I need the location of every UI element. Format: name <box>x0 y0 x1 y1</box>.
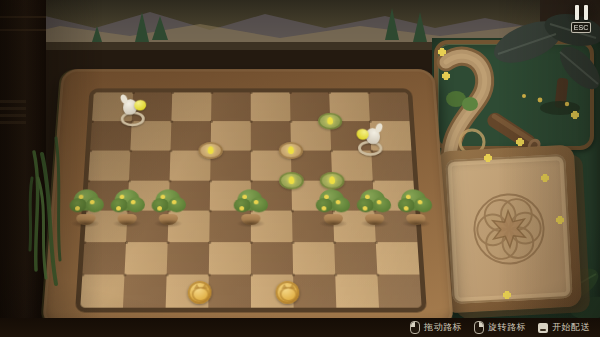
mouse-right-icon <box>474 321 484 334</box>
pause-button[interactable]: ESC <box>564 2 598 36</box>
hint-start-delivery: 开始配送 <box>538 323 590 333</box>
signpost-rabbit[interactable] <box>356 123 386 157</box>
signpost-rabbit[interactable] <box>118 94 147 127</box>
scattered-flowers <box>432 0 600 318</box>
bush <box>110 188 146 225</box>
play-area <box>75 88 427 312</box>
pause-icon <box>575 5 588 20</box>
bush <box>151 188 187 225</box>
coin-token <box>275 281 299 304</box>
space-key-icon <box>538 323 548 333</box>
esc-key-label: ESC <box>571 22 591 33</box>
seed-marker[interactable] <box>279 142 304 159</box>
yellow-flower <box>484 154 492 162</box>
yellow-flower <box>556 216 564 224</box>
bush <box>356 188 392 225</box>
yellow-flower <box>541 174 549 182</box>
hint-label: 拖动路标 <box>424 323 462 332</box>
pieces-layer <box>80 92 421 307</box>
board-perspective-wrap <box>42 69 454 328</box>
seed-marker[interactable] <box>318 113 343 130</box>
left-wall <box>0 0 46 337</box>
hint-label: 旋转路标 <box>488 323 526 332</box>
game-scene: 拖动路标 旋转路标 开始配送 ESC <box>0 0 600 337</box>
yellow-flower <box>438 48 446 56</box>
yellow-flower <box>442 72 450 80</box>
bush <box>234 188 269 225</box>
coin-token <box>188 281 212 304</box>
hint-bar: 拖动路标 旋转路标 开始配送 <box>0 318 600 337</box>
yellow-flower <box>516 138 524 146</box>
bush <box>68 188 105 225</box>
vent-slats <box>0 100 26 124</box>
hint-label: 开始配送 <box>552 323 590 332</box>
seed-marker[interactable] <box>279 172 304 189</box>
yellow-flower <box>571 111 579 119</box>
mouse-left-icon <box>410 321 420 334</box>
hint-drag-signpost: 拖动路标 <box>410 321 462 334</box>
board-frame <box>42 69 454 328</box>
seed-marker[interactable] <box>320 172 345 189</box>
seed-marker[interactable] <box>198 142 223 159</box>
bush <box>397 188 434 225</box>
side-panel <box>432 0 600 337</box>
hint-rotate-signpost: 旋转路标 <box>474 321 526 334</box>
bush <box>315 188 351 225</box>
yellow-flower <box>503 291 511 299</box>
